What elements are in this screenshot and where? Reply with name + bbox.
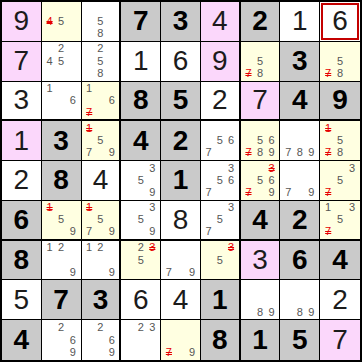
candidate-empty bbox=[243, 306, 255, 318]
cell-r7c7[interactable]: 3 bbox=[241, 241, 281, 281]
cell-r7c8[interactable]: 6 bbox=[280, 241, 320, 281]
candidate-empty bbox=[254, 122, 266, 134]
candidate-empty bbox=[243, 162, 255, 174]
candidate: 6 bbox=[106, 334, 117, 347]
candidate-empty bbox=[106, 214, 117, 226]
candidate-empty bbox=[243, 294, 255, 306]
cell-r2c6[interactable]: 9 bbox=[201, 42, 241, 82]
given-digit: 4 bbox=[14, 326, 30, 354]
candidate-empty bbox=[282, 162, 294, 174]
cell-r2c4[interactable]: 1 bbox=[121, 42, 161, 82]
cell-r1c8[interactable]: 1 bbox=[280, 2, 320, 42]
candidate-empty bbox=[95, 94, 106, 106]
cell-r4c6[interactable]: 567 bbox=[201, 121, 241, 161]
candidate-empty bbox=[55, 346, 67, 359]
given-digit: 4 bbox=[292, 86, 308, 114]
candidate-grid: 1357 bbox=[322, 202, 358, 238]
cell-r1c9[interactable]: 6 bbox=[320, 2, 360, 42]
cell-r8c4[interactable]: 6 bbox=[121, 280, 161, 320]
candidate: 5 bbox=[214, 214, 225, 226]
candidate: 8 bbox=[294, 147, 306, 159]
given-digit: 1 bbox=[252, 326, 268, 354]
candidate-empty bbox=[95, 334, 106, 347]
cell-r1c1[interactable]: 9 bbox=[2, 2, 42, 42]
cell-r9c3[interactable]: 269 bbox=[82, 320, 122, 360]
candidate: 9 bbox=[106, 147, 117, 159]
candidate: 9 bbox=[67, 226, 79, 238]
candidate-grid: 56789 bbox=[243, 122, 278, 159]
candidate-empty bbox=[282, 174, 294, 186]
candidate-empty bbox=[163, 321, 175, 334]
candidate-empty bbox=[306, 122, 318, 134]
candidate-empty bbox=[84, 321, 95, 334]
candidate-grid: 79 bbox=[163, 321, 198, 359]
candidate-empty bbox=[95, 147, 106, 159]
given-digit: 3 bbox=[93, 286, 109, 314]
candidate: 2 bbox=[55, 43, 67, 55]
candidate-grid: 89 bbox=[243, 281, 278, 318]
cell-r4c2[interactable]: 3 bbox=[42, 121, 82, 161]
candidate-empty bbox=[346, 67, 358, 79]
cell-r7c1[interactable]: 8 bbox=[2, 241, 42, 281]
candidate-empty bbox=[294, 281, 306, 293]
candidate-empty bbox=[135, 202, 147, 214]
candidate: 5 bbox=[55, 55, 67, 67]
candidate-empty bbox=[55, 266, 67, 278]
solved-digit: 4 bbox=[93, 166, 109, 194]
cell-r7c2[interactable]: 129 bbox=[42, 241, 82, 281]
candidate-empty bbox=[123, 214, 135, 226]
candidate-empty bbox=[294, 294, 306, 306]
candidate-struck: 4 bbox=[44, 15, 56, 27]
candidate-empty bbox=[95, 83, 106, 95]
cell-r8c6[interactable]: 1 bbox=[201, 280, 241, 320]
given-digit: 1 bbox=[173, 166, 189, 194]
cell-r5c5[interactable]: 1 bbox=[161, 161, 201, 201]
candidate-empty bbox=[225, 147, 236, 159]
candidate-empty bbox=[95, 122, 106, 134]
candidate-empty bbox=[225, 214, 236, 226]
candidate-empty bbox=[266, 294, 278, 306]
candidate-empty bbox=[346, 226, 358, 238]
candidate-empty bbox=[106, 83, 117, 95]
candidate-struck: 1 bbox=[322, 122, 334, 134]
cell-r3c3[interactable]: 167 bbox=[82, 82, 122, 122]
candidate-grid: 357 bbox=[322, 162, 358, 199]
candidate-empty bbox=[84, 28, 95, 40]
candidate-empty bbox=[67, 242, 79, 254]
cell-r9c5[interactable]: 79 bbox=[161, 320, 201, 360]
candidate-empty bbox=[214, 226, 225, 238]
given-digit: 6 bbox=[14, 206, 30, 234]
candidate-grid: 567 bbox=[203, 122, 237, 159]
candidate: 3 bbox=[147, 202, 159, 214]
candidate-empty bbox=[175, 254, 187, 266]
candidate-empty bbox=[67, 43, 79, 55]
candidate-grid: 89 bbox=[282, 281, 317, 318]
cell-r2c1[interactable]: 7 bbox=[2, 42, 42, 82]
candidate-empty bbox=[186, 334, 198, 347]
candidate-empty bbox=[147, 254, 159, 266]
candidate: 5 bbox=[214, 254, 225, 266]
candidate: 1 bbox=[44, 83, 56, 95]
cell-r3c2[interactable]: 16 bbox=[42, 82, 82, 122]
candidate: 9 bbox=[147, 187, 159, 199]
candidate-empty bbox=[55, 226, 67, 238]
candidate-empty bbox=[163, 334, 175, 347]
cell-r1c4[interactable]: 7 bbox=[121, 2, 161, 42]
candidate-empty bbox=[175, 321, 187, 334]
candidate-empty bbox=[254, 162, 266, 174]
candidate-empty bbox=[203, 162, 214, 174]
candidate: 8 bbox=[334, 67, 346, 79]
candidate-empty bbox=[266, 43, 278, 55]
candidate-grid: 45 bbox=[44, 3, 79, 40]
given-digit: 3 bbox=[173, 7, 189, 35]
candidate-empty bbox=[282, 135, 294, 147]
cell-r6c1[interactable]: 6 bbox=[2, 201, 42, 241]
cell-r5c1[interactable]: 2 bbox=[2, 161, 42, 201]
cell-r1c6[interactable]: 4 bbox=[201, 2, 241, 42]
candidate-empty bbox=[322, 55, 334, 67]
candidate: 9 bbox=[306, 187, 318, 199]
candidate: 2 bbox=[95, 43, 106, 55]
cell-r2c5[interactable]: 6 bbox=[161, 42, 201, 82]
candidate-grid: 1579 bbox=[84, 202, 118, 238]
candidate-empty bbox=[67, 254, 79, 266]
candidate-empty bbox=[203, 174, 214, 186]
candidate-empty bbox=[67, 106, 79, 118]
candidate-struck: 7 bbox=[163, 346, 175, 359]
candidate-empty bbox=[282, 122, 294, 134]
candidate: 5 bbox=[334, 55, 346, 67]
candidate-empty bbox=[214, 266, 225, 278]
cell-r4c8[interactable]: 789 bbox=[280, 121, 320, 161]
candidate-empty bbox=[346, 55, 358, 67]
candidate-struck: 7 bbox=[322, 147, 334, 159]
cell-r6c5[interactable]: 8 bbox=[161, 201, 201, 241]
cell-r2c9[interactable]: 578 bbox=[320, 42, 360, 82]
cell-r5c3[interactable]: 4 bbox=[82, 161, 122, 201]
candidate-empty bbox=[306, 174, 318, 186]
candidate-empty bbox=[306, 135, 318, 147]
given-digit: 2 bbox=[292, 206, 308, 234]
cell-r2c8[interactable]: 3 bbox=[280, 42, 320, 82]
candidate-empty bbox=[95, 266, 106, 278]
cell-r1c5[interactable]: 3 bbox=[161, 2, 201, 42]
candidate-struck: 3 bbox=[266, 162, 278, 174]
candidate-empty bbox=[214, 187, 225, 199]
cell-r8c1[interactable]: 5 bbox=[2, 280, 42, 320]
candidate: 9 bbox=[186, 346, 198, 359]
cell-r2c2[interactable]: 245 bbox=[42, 42, 82, 82]
cell-r6c8[interactable]: 2 bbox=[280, 201, 320, 241]
candidate: 2 bbox=[135, 242, 147, 254]
candidate-empty bbox=[67, 55, 79, 67]
candidate-empty bbox=[163, 242, 175, 254]
cell-r2c7[interactable]: 578 bbox=[241, 42, 281, 82]
cell-r9c6[interactable]: 8 bbox=[201, 320, 241, 360]
candidate: 9 bbox=[106, 346, 117, 359]
cell-r3c1[interactable]: 3 bbox=[2, 82, 42, 122]
cell-r6c9[interactable]: 1357 bbox=[320, 201, 360, 241]
cell-r5c6[interactable]: 3567 bbox=[201, 161, 241, 201]
candidate-grid: 578 bbox=[322, 43, 358, 80]
candidate-grid: 35 bbox=[203, 242, 237, 279]
candidate-empty bbox=[334, 202, 346, 214]
cell-r1c7[interactable]: 2 bbox=[241, 2, 281, 42]
candidate-empty bbox=[203, 254, 214, 266]
candidate-empty bbox=[254, 281, 266, 293]
cell-r5c4[interactable]: 359 bbox=[121, 161, 161, 201]
candidate-empty bbox=[106, 106, 117, 118]
candidate: 5 bbox=[55, 15, 67, 27]
solved-digit: 6 bbox=[173, 47, 189, 75]
candidate: 5 bbox=[95, 55, 106, 67]
candidate: 2 bbox=[55, 321, 67, 334]
candidate-grid: 258 bbox=[84, 43, 118, 80]
solved-digit: 8 bbox=[173, 206, 189, 234]
cell-r7c3[interactable]: 129 bbox=[82, 241, 122, 281]
cell-r8c3[interactable]: 3 bbox=[82, 280, 122, 320]
candidate-empty bbox=[175, 346, 187, 359]
candidate-empty bbox=[266, 122, 278, 134]
candidate-empty bbox=[147, 346, 159, 359]
candidate-empty bbox=[44, 226, 56, 238]
cell-r4c9[interactable]: 1578 bbox=[320, 121, 360, 161]
candidate-empty bbox=[106, 202, 117, 214]
solved-digit: 1 bbox=[14, 127, 30, 155]
solved-digit: 3 bbox=[14, 86, 30, 114]
candidate-empty bbox=[123, 174, 135, 186]
candidate-empty bbox=[55, 94, 67, 106]
candidate-empty bbox=[135, 266, 147, 278]
candidate-empty bbox=[55, 106, 67, 118]
cell-r8c5[interactable]: 4 bbox=[161, 280, 201, 320]
candidate-empty bbox=[67, 321, 79, 334]
candidate-empty bbox=[294, 135, 306, 147]
candidate: 5 bbox=[254, 55, 266, 67]
candidate-grid: 79 bbox=[282, 162, 317, 199]
candidate: 6 bbox=[225, 135, 236, 147]
candidate-empty bbox=[95, 226, 106, 238]
candidate-empty bbox=[266, 67, 278, 79]
candidate-empty bbox=[106, 135, 117, 147]
candidate-empty bbox=[95, 254, 106, 266]
cell-r8c8[interactable]: 89 bbox=[280, 280, 320, 320]
candidate-empty bbox=[203, 266, 214, 278]
candidate-empty bbox=[282, 294, 294, 306]
cell-r6c2[interactable]: 159 bbox=[42, 201, 82, 241]
cell-r2c3[interactable]: 258 bbox=[82, 42, 122, 82]
cell-r9c2[interactable]: 269 bbox=[42, 320, 82, 360]
cell-r6c7[interactable]: 4 bbox=[241, 201, 281, 241]
candidate: 8 bbox=[254, 306, 266, 318]
candidate-empty bbox=[186, 242, 198, 254]
solved-digit: 2 bbox=[14, 166, 30, 194]
cell-r3c4[interactable]: 8 bbox=[121, 82, 161, 122]
cell-r7c5[interactable]: 79 bbox=[161, 241, 201, 281]
cell-r8c2[interactable]: 7 bbox=[42, 280, 82, 320]
candidate-grid: 23 bbox=[123, 321, 158, 359]
candidate: 2 bbox=[95, 321, 106, 334]
given-digit: 2 bbox=[252, 7, 268, 35]
given-digit: 9 bbox=[332, 86, 348, 114]
cell-r3c5[interactable]: 5 bbox=[161, 82, 201, 122]
cell-r5c9[interactable]: 357 bbox=[320, 161, 360, 201]
candidate: 5 bbox=[135, 254, 147, 266]
candidate-empty bbox=[44, 28, 56, 40]
cell-r9c8[interactable]: 5 bbox=[280, 320, 320, 360]
cell-r6c3[interactable]: 1579 bbox=[82, 201, 122, 241]
cell-r9c9[interactable]: 7 bbox=[320, 320, 360, 360]
candidate: 7 bbox=[203, 147, 214, 159]
candidate-empty bbox=[55, 3, 67, 15]
candidate-empty bbox=[44, 214, 56, 226]
candidate: 7 bbox=[163, 266, 175, 278]
cell-r4c7[interactable]: 56789 bbox=[241, 121, 281, 161]
given-digit: 7 bbox=[53, 286, 69, 314]
candidate-grid: 269 bbox=[84, 321, 118, 359]
candidate: 5 bbox=[95, 15, 106, 27]
cell-r3c8[interactable]: 4 bbox=[280, 82, 320, 122]
candidate-grid: 79 bbox=[163, 242, 198, 279]
candidate-empty bbox=[67, 15, 79, 27]
candidate: 1 bbox=[84, 83, 95, 95]
candidate: 2 bbox=[95, 242, 106, 254]
candidate-empty bbox=[44, 266, 56, 278]
candidate-empty bbox=[123, 187, 135, 199]
candidate-empty bbox=[225, 226, 236, 238]
cell-r6c4[interactable]: 359 bbox=[121, 201, 161, 241]
candidate-empty bbox=[294, 187, 306, 199]
candidate: 7 bbox=[203, 187, 214, 199]
given-digit: 8 bbox=[133, 86, 149, 114]
candidate: 5 bbox=[95, 135, 106, 147]
given-digit: 4 bbox=[133, 127, 149, 155]
cell-r4c1[interactable]: 1 bbox=[2, 121, 42, 161]
candidate-empty bbox=[123, 334, 135, 347]
candidate-empty bbox=[135, 346, 147, 359]
candidate: 5 bbox=[334, 135, 346, 147]
cell-r7c9[interactable]: 4 bbox=[320, 241, 360, 281]
candidate-empty bbox=[306, 162, 318, 174]
solved-digit: 1 bbox=[133, 47, 149, 75]
solved-digit: 7 bbox=[332, 326, 348, 354]
candidate-empty bbox=[322, 214, 334, 226]
cell-r5c8[interactable]: 79 bbox=[280, 161, 320, 201]
cell-r5c2[interactable]: 8 bbox=[42, 161, 82, 201]
sudoku-board: 9455873421672452581695783578316167852749… bbox=[0, 0, 362, 362]
candidate-empty bbox=[95, 106, 106, 118]
cell-r1c2[interactable]: 45 bbox=[42, 2, 82, 42]
candidate-empty bbox=[322, 43, 334, 55]
cell-r9c1[interactable]: 4 bbox=[2, 320, 42, 360]
candidate-empty bbox=[135, 226, 147, 238]
candidate: 5 bbox=[55, 214, 67, 226]
cell-r7c4[interactable]: 235 bbox=[121, 241, 161, 281]
candidate-empty bbox=[225, 254, 236, 266]
cell-r3c6[interactable]: 2 bbox=[201, 82, 241, 122]
cell-r6c6[interactable]: 357 bbox=[201, 201, 241, 241]
candidate-empty bbox=[147, 334, 159, 347]
candidate-struck: 1 bbox=[84, 202, 95, 214]
candidate-empty bbox=[147, 266, 159, 278]
candidate-grid: 578 bbox=[243, 43, 278, 80]
candidate-empty bbox=[44, 346, 56, 359]
candidate-empty bbox=[225, 266, 236, 278]
candidate-empty bbox=[135, 162, 147, 174]
candidate: 7 bbox=[84, 226, 95, 238]
solved-digit: 7 bbox=[252, 86, 268, 114]
candidate-empty bbox=[254, 187, 266, 199]
cell-r8c9[interactable]: 2 bbox=[320, 280, 360, 320]
candidate: 9 bbox=[306, 147, 318, 159]
candidate: 6 bbox=[67, 334, 79, 347]
solved-digit: 7 bbox=[14, 47, 30, 75]
solved-digit: 5 bbox=[14, 286, 30, 314]
cell-r3c9[interactable]: 9 bbox=[320, 82, 360, 122]
candidate: 1 bbox=[44, 242, 56, 254]
candidate: 9 bbox=[106, 226, 117, 238]
cell-r8c7[interactable]: 89 bbox=[241, 280, 281, 320]
candidate-grid: 789 bbox=[282, 122, 317, 159]
candidate-empty bbox=[123, 346, 135, 359]
candidate-struck: 3 bbox=[147, 242, 159, 254]
candidate-empty bbox=[44, 3, 56, 15]
candidate-empty bbox=[225, 122, 236, 134]
solved-digit: 6 bbox=[332, 7, 348, 35]
candidate-empty bbox=[55, 334, 67, 347]
cell-r4c5[interactable]: 2 bbox=[161, 121, 201, 161]
candidate: 9 bbox=[266, 187, 278, 199]
given-digit: 8 bbox=[14, 246, 30, 274]
candidate-empty bbox=[67, 67, 79, 79]
candidate-empty bbox=[243, 43, 255, 55]
candidate-empty bbox=[243, 174, 255, 186]
cell-r3c7[interactable]: 7 bbox=[241, 82, 281, 122]
candidate-empty bbox=[135, 187, 147, 199]
cell-r9c4[interactable]: 23 bbox=[121, 320, 161, 360]
cell-r4c3[interactable]: 1579 bbox=[82, 121, 122, 161]
cell-r5c7[interactable]: 35679 bbox=[241, 161, 281, 201]
candidate-empty bbox=[123, 321, 135, 334]
candidate-empty bbox=[346, 187, 358, 199]
candidate-empty bbox=[123, 202, 135, 214]
given-digit: 4 bbox=[252, 206, 268, 234]
candidate-empty bbox=[306, 294, 318, 306]
candidate-empty bbox=[225, 187, 236, 199]
candidate-empty bbox=[44, 106, 56, 118]
solved-digit: 9 bbox=[14, 7, 30, 35]
cell-r7c6[interactable]: 35 bbox=[201, 241, 241, 281]
candidate-empty bbox=[106, 321, 117, 334]
candidate-empty bbox=[55, 254, 67, 266]
candidate: 2 bbox=[135, 321, 147, 334]
candidate-grid: 359 bbox=[123, 202, 158, 238]
candidate-struck: 1 bbox=[84, 122, 95, 134]
candidate: 3 bbox=[147, 162, 159, 174]
cell-r4c4[interactable]: 4 bbox=[121, 121, 161, 161]
candidate-empty bbox=[106, 242, 117, 254]
given-digit: 6 bbox=[292, 246, 308, 274]
cell-r1c3[interactable]: 58 bbox=[82, 2, 122, 42]
candidate-empty bbox=[106, 3, 117, 15]
candidate: 6 bbox=[67, 94, 79, 106]
candidate-grid: 16 bbox=[44, 83, 79, 119]
cell-r9c7[interactable]: 1 bbox=[241, 320, 281, 360]
candidate-empty bbox=[55, 28, 67, 40]
